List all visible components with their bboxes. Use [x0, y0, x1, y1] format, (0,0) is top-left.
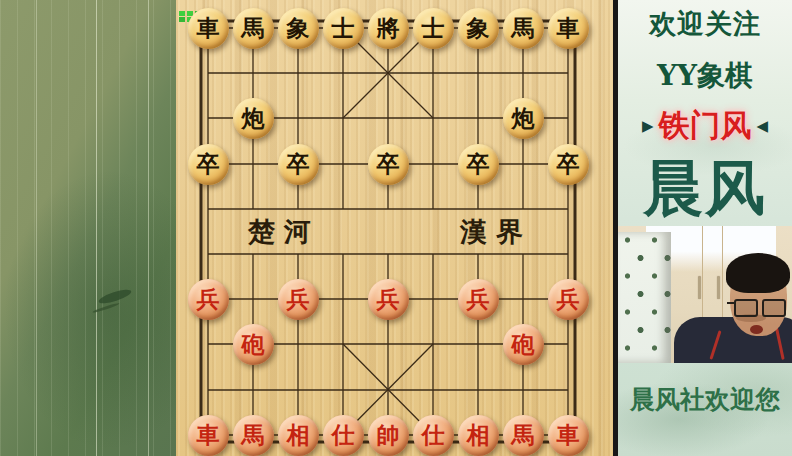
person-mouth: [750, 325, 763, 334]
piece-red-soldier[interactable]: 兵: [188, 279, 229, 320]
piece-black-chariot[interactable]: 車: [548, 8, 589, 49]
piece-red-horse[interactable]: 馬: [503, 415, 544, 456]
opening-badge: ▶ 铁门风 ◀: [618, 105, 792, 147]
piece-red-soldier[interactable]: 兵: [368, 279, 409, 320]
stream-side-panel: 欢迎关注 YY象棋 ▶ 铁门风 ◀ 晨风: [618, 0, 792, 456]
streamer-webcam: [618, 226, 792, 363]
piece-black-cannon[interactable]: 炮: [233, 98, 274, 139]
piece-black-elephant[interactable]: 象: [458, 8, 499, 49]
channel-name: YY象棋: [618, 57, 792, 95]
arrow-left-icon: ◀: [757, 106, 769, 146]
wardrobe-handle: [717, 276, 720, 299]
piece-black-advisor[interactable]: 士: [413, 8, 454, 49]
piece-red-advisor[interactable]: 仕: [413, 415, 454, 456]
person-hair: [726, 253, 790, 293]
arrow-right-icon: ▶: [642, 106, 654, 146]
piece-red-horse[interactable]: 馬: [233, 415, 274, 456]
piece-red-elephant[interactable]: 相: [278, 415, 319, 456]
piece-black-cannon[interactable]: 炮: [503, 98, 544, 139]
welcome-text: 欢迎关注: [618, 6, 792, 42]
glasses-icon: [734, 299, 786, 315]
piece-red-soldier[interactable]: 兵: [458, 279, 499, 320]
stream-frame: 楚河 漢界 車馬象士將士象馬車炮炮卒卒卒卒卒兵兵兵兵兵砲砲車馬相仕帥仕相馬車 欢…: [0, 0, 792, 456]
piece-red-chariot[interactable]: 車: [548, 415, 589, 456]
field-dark-patch: [97, 287, 132, 306]
xiangqi-board[interactable]: 楚河 漢界 車馬象士將士象馬車炮炮卒卒卒卒卒兵兵兵兵兵砲砲車馬相仕帥仕相馬車: [176, 0, 613, 456]
piece-black-horse[interactable]: 馬: [233, 8, 274, 49]
piece-red-cannon[interactable]: 砲: [233, 324, 274, 365]
piece-black-elephant[interactable]: 象: [278, 8, 319, 49]
piece-red-cannon[interactable]: 砲: [503, 324, 544, 365]
piece-red-soldier[interactable]: 兵: [548, 279, 589, 320]
piece-red-advisor[interactable]: 仕: [323, 415, 364, 456]
wardrobe-handle: [698, 276, 701, 299]
piece-black-soldier[interactable]: 卒: [458, 144, 499, 185]
tree-curtain: [618, 232, 671, 363]
glasses-lens: [734, 299, 758, 317]
piece-red-chariot[interactable]: 車: [188, 415, 229, 456]
piece-red-general[interactable]: 帥: [368, 415, 409, 456]
piece-red-elephant[interactable]: 相: [458, 415, 499, 456]
club-welcome-text: 晨风社欢迎您: [618, 383, 792, 416]
piece-black-general[interactable]: 將: [368, 8, 409, 49]
piece-black-soldier[interactable]: 卒: [548, 144, 589, 185]
glasses-temple: [727, 302, 736, 304]
piece-black-horse[interactable]: 馬: [503, 8, 544, 49]
background-field: [0, 0, 176, 456]
piece-black-soldier[interactable]: 卒: [278, 144, 319, 185]
piece-black-soldier[interactable]: 卒: [188, 144, 229, 185]
piece-black-advisor[interactable]: 士: [323, 8, 364, 49]
opening-name: 铁门风: [659, 105, 752, 147]
pieces-layer: 車馬象士將士象馬車炮炮卒卒卒卒卒兵兵兵兵兵砲砲車馬相仕帥仕相馬車: [176, 0, 613, 456]
piece-black-soldier[interactable]: 卒: [368, 144, 409, 185]
piece-black-chariot[interactable]: 車: [188, 8, 229, 49]
piece-red-soldier[interactable]: 兵: [278, 279, 319, 320]
streamer-name: 晨风: [618, 153, 792, 223]
glasses-lens: [762, 299, 786, 317]
